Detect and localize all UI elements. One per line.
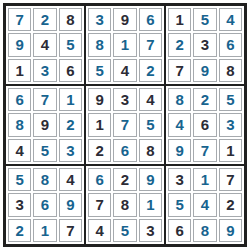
cell-r8c7[interactable]: 5 bbox=[168, 193, 191, 216]
box-9: 317542689 bbox=[165, 165, 245, 245]
box-3: 154236798 bbox=[165, 5, 245, 85]
cell-r2c6[interactable]: 7 bbox=[139, 33, 162, 56]
box-5: 934175268 bbox=[85, 85, 165, 165]
cell-r3c5[interactable]: 4 bbox=[113, 59, 136, 82]
cell-r9c1[interactable]: 2 bbox=[8, 219, 31, 242]
cell-r1c7[interactable]: 1 bbox=[168, 8, 191, 31]
cell-r7c7[interactable]: 3 bbox=[168, 168, 191, 191]
cell-r4c7[interactable]: 8 bbox=[168, 88, 191, 111]
cell-r7c2[interactable]: 8 bbox=[33, 168, 56, 191]
cell-r9c3[interactable]: 7 bbox=[59, 219, 82, 242]
cell-r7c3[interactable]: 4 bbox=[59, 168, 82, 191]
cell-r6c7[interactable]: 9 bbox=[168, 139, 191, 162]
cell-r5c9[interactable]: 3 bbox=[219, 113, 242, 136]
cell-r4c2[interactable]: 7 bbox=[33, 88, 56, 111]
cell-r9c4[interactable]: 4 bbox=[88, 219, 111, 242]
cell-r9c2[interactable]: 1 bbox=[33, 219, 56, 242]
cell-r8c5[interactable]: 8 bbox=[113, 193, 136, 216]
cell-r8c6[interactable]: 1 bbox=[139, 193, 162, 216]
cell-r8c9[interactable]: 2 bbox=[219, 193, 242, 216]
cell-r4c9[interactable]: 5 bbox=[219, 88, 242, 111]
cell-r1c9[interactable]: 4 bbox=[219, 8, 242, 31]
cell-r3c9[interactable]: 8 bbox=[219, 59, 242, 82]
cell-r3c7[interactable]: 7 bbox=[168, 59, 191, 82]
cell-r5c5[interactable]: 7 bbox=[113, 113, 136, 136]
cell-r6c8[interactable]: 7 bbox=[193, 139, 216, 162]
cell-r5c8[interactable]: 6 bbox=[193, 113, 216, 136]
cell-r1c8[interactable]: 5 bbox=[193, 8, 216, 31]
cell-r1c3[interactable]: 8 bbox=[59, 8, 82, 31]
cell-r5c2[interactable]: 9 bbox=[33, 113, 56, 136]
cell-r4c3[interactable]: 1 bbox=[59, 88, 82, 111]
cell-r6c4[interactable]: 2 bbox=[88, 139, 111, 162]
cell-r9c8[interactable]: 8 bbox=[193, 219, 216, 242]
cell-r2c7[interactable]: 2 bbox=[168, 33, 191, 56]
cell-r6c3[interactable]: 3 bbox=[59, 139, 82, 162]
cell-r7c5[interactable]: 2 bbox=[113, 168, 136, 191]
cell-r8c3[interactable]: 9 bbox=[59, 193, 82, 216]
cell-r3c8[interactable]: 9 bbox=[193, 59, 216, 82]
cell-r5c6[interactable]: 5 bbox=[139, 113, 162, 136]
cell-r1c5[interactable]: 9 bbox=[113, 8, 136, 31]
cell-r6c2[interactable]: 5 bbox=[33, 139, 56, 162]
cell-r6c5[interactable]: 6 bbox=[113, 139, 136, 162]
cell-r5c4[interactable]: 1 bbox=[88, 113, 111, 136]
cell-r6c6[interactable]: 8 bbox=[139, 139, 162, 162]
cell-r3c2[interactable]: 3 bbox=[33, 59, 56, 82]
cell-r6c9[interactable]: 1 bbox=[219, 139, 242, 162]
cell-r3c4[interactable]: 5 bbox=[88, 59, 111, 82]
cell-r1c1[interactable]: 7 bbox=[8, 8, 31, 31]
cell-r5c3[interactable]: 2 bbox=[59, 113, 82, 136]
cell-r8c2[interactable]: 6 bbox=[33, 193, 56, 216]
cell-r1c6[interactable]: 6 bbox=[139, 8, 162, 31]
cell-r5c7[interactable]: 4 bbox=[168, 113, 191, 136]
box-7: 584369217 bbox=[5, 165, 85, 245]
cell-r5c1[interactable]: 8 bbox=[8, 113, 31, 136]
cell-r2c8[interactable]: 3 bbox=[193, 33, 216, 56]
box-4: 671892453 bbox=[5, 85, 85, 165]
cell-r7c8[interactable]: 1 bbox=[193, 168, 216, 191]
cell-r4c6[interactable]: 4 bbox=[139, 88, 162, 111]
cell-r4c5[interactable]: 3 bbox=[113, 88, 136, 111]
cell-r6c1[interactable]: 4 bbox=[8, 139, 31, 162]
cell-r1c4[interactable]: 3 bbox=[88, 8, 111, 31]
cell-r4c4[interactable]: 9 bbox=[88, 88, 111, 111]
cell-r8c1[interactable]: 3 bbox=[8, 193, 31, 216]
box-6: 825463971 bbox=[165, 85, 245, 165]
cell-r2c3[interactable]: 5 bbox=[59, 33, 82, 56]
cell-r2c4[interactable]: 8 bbox=[88, 33, 111, 56]
box-8: 629781453 bbox=[85, 165, 165, 245]
cell-r2c5[interactable]: 1 bbox=[113, 33, 136, 56]
cell-r9c7[interactable]: 6 bbox=[168, 219, 191, 242]
cell-r9c9[interactable]: 9 bbox=[219, 219, 242, 242]
cell-r2c9[interactable]: 6 bbox=[219, 33, 242, 56]
cell-r3c3[interactable]: 6 bbox=[59, 59, 82, 82]
cell-r1c2[interactable]: 2 bbox=[33, 8, 56, 31]
box-1: 728945136 bbox=[5, 5, 85, 85]
cell-r8c8[interactable]: 4 bbox=[193, 193, 216, 216]
cell-r2c1[interactable]: 9 bbox=[8, 33, 31, 56]
cell-r7c1[interactable]: 5 bbox=[8, 168, 31, 191]
cell-r4c8[interactable]: 2 bbox=[193, 88, 216, 111]
cell-r7c6[interactable]: 9 bbox=[139, 168, 162, 191]
cell-r9c5[interactable]: 5 bbox=[113, 219, 136, 242]
cell-r7c9[interactable]: 7 bbox=[219, 168, 242, 191]
cell-r8c4[interactable]: 7 bbox=[88, 193, 111, 216]
cell-r4c1[interactable]: 6 bbox=[8, 88, 31, 111]
cell-r3c6[interactable]: 2 bbox=[139, 59, 162, 82]
cell-r3c1[interactable]: 1 bbox=[8, 59, 31, 82]
sudoku-board: 7289451363968175421542367986718924539341… bbox=[3, 3, 247, 247]
cell-r7c4[interactable]: 6 bbox=[88, 168, 111, 191]
box-2: 396817542 bbox=[85, 5, 165, 85]
sudoku-app: 7289451363968175421542367986718924539341… bbox=[0, 0, 250, 250]
cell-r9c6[interactable]: 3 bbox=[139, 219, 162, 242]
cell-r2c2[interactable]: 4 bbox=[33, 33, 56, 56]
